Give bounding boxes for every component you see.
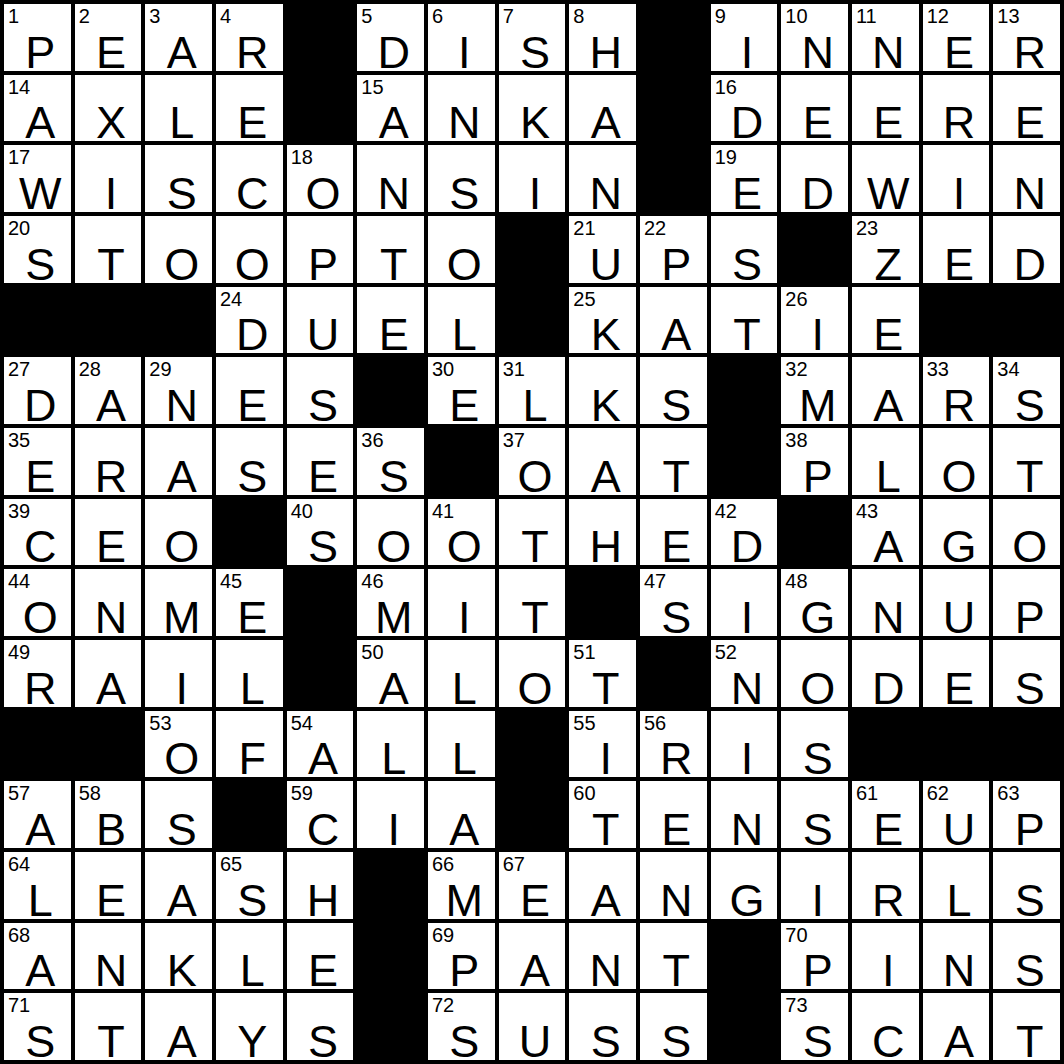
grid-cell-r13c4[interactable]: 65S <box>216 852 283 919</box>
clue-number-36: 36 <box>361 429 383 451</box>
grid-cell-r3c1[interactable]: 17W <box>4 145 71 212</box>
grid-cell-r5c12[interactable]: 26I <box>781 287 848 354</box>
grid-cell-r2c1[interactable]: 14A <box>4 75 71 142</box>
grid-cell-r7c1[interactable]: 35E <box>4 428 71 495</box>
grid-cell-r12c11[interactable]: N <box>711 781 778 848</box>
grid-cell-r7c5[interactable]: E <box>287 428 354 495</box>
grid-cell-r12c14[interactable]: 62U <box>923 781 990 848</box>
cell-letter: C <box>290 807 354 848</box>
grid-cell-r5c11[interactable]: T <box>711 287 778 354</box>
grid-cell-r15c4[interactable]: Y <box>216 993 283 1060</box>
grid-cell-r7c6[interactable]: 36S <box>357 428 424 495</box>
grid-cell-r11c12[interactable]: S <box>781 711 848 778</box>
grid-cell-r4c6[interactable]: T <box>357 216 424 283</box>
cell-letter: T <box>996 1019 1060 1060</box>
block-cell-r5c14 <box>923 287 990 354</box>
cell-letter: R <box>219 30 283 71</box>
grid-cell-r6c8[interactable]: 31L <box>499 357 566 424</box>
grid-cell-r8c1[interactable]: 39C <box>4 499 71 566</box>
grid-cell-r13c3[interactable]: A <box>145 852 212 919</box>
block-cell-r13c6 <box>357 852 424 919</box>
grid-cell-r12c13[interactable]: 61E <box>852 781 919 848</box>
clue-number-23: 23 <box>856 217 878 239</box>
cell-letter: O <box>502 454 566 495</box>
grid-cell-r11c10[interactable]: 56R <box>640 711 707 778</box>
cell-letter: L <box>431 736 495 777</box>
clue-number-18: 18 <box>291 146 313 168</box>
grid-cell-r4c11[interactable]: S <box>711 216 778 283</box>
grid-cell-r15c5[interactable]: S <box>287 993 354 1060</box>
grid-cell-r14c7[interactable]: 69P <box>428 923 495 990</box>
grid-cell-r12c7[interactable]: A <box>428 781 495 848</box>
clue-number-43: 43 <box>856 500 878 522</box>
cell-letter: E <box>219 100 283 141</box>
grid-cell-r11c11[interactable]: I <box>711 711 778 778</box>
grid-cell-r12c3[interactable]: S <box>145 781 212 848</box>
grid-cell-r1c3[interactable]: 3A <box>145 4 212 71</box>
grid-cell-r7c10[interactable]: T <box>640 428 707 495</box>
grid-cell-r9c15[interactable]: P <box>993 569 1060 636</box>
grid-cell-r4c10[interactable]: 22P <box>640 216 707 283</box>
clue-number-54: 54 <box>291 712 313 734</box>
cell-letter: I <box>714 30 778 71</box>
grid-cell-r6c14[interactable]: 33R <box>923 357 990 424</box>
grid-cell-r9c13[interactable]: N <box>852 569 919 636</box>
grid-cell-r3c8[interactable]: I <box>499 145 566 212</box>
grid-cell-r10c11[interactable]: 52N <box>711 640 778 707</box>
grid-cell-r3c3[interactable]: S <box>145 145 212 212</box>
cell-letter: S <box>148 171 212 212</box>
grid-cell-r15c14[interactable]: A <box>923 993 990 1060</box>
cell-letter: R <box>7 666 71 707</box>
grid-cell-r2c3[interactable]: L <box>145 75 212 142</box>
grid-cell-r3c13[interactable]: W <box>852 145 919 212</box>
grid-cell-r7c8[interactable]: 37O <box>499 428 566 495</box>
grid-cell-r13c5[interactable]: H <box>287 852 354 919</box>
grid-cell-r11c3[interactable]: 53O <box>145 711 212 778</box>
grid-cell-r10c8[interactable]: O <box>499 640 566 707</box>
grid-cell-r2c2[interactable]: X <box>75 75 142 142</box>
grid-cell-r14c9[interactable]: N <box>569 923 636 990</box>
block-cell-r11c8 <box>499 711 566 778</box>
grid-cell-r3c12[interactable]: D <box>781 145 848 212</box>
grid-cell-r13c1[interactable]: 64L <box>4 852 71 919</box>
grid-cell-r13c8[interactable]: 67E <box>499 852 566 919</box>
cell-letter: A <box>855 383 919 424</box>
grid-cell-r10c7[interactable]: L <box>428 640 495 707</box>
grid-cell-r13c9[interactable]: A <box>569 852 636 919</box>
grid-cell-r9c10[interactable]: 47S <box>640 569 707 636</box>
cell-letter: R <box>926 100 990 141</box>
grid-cell-r9c3[interactable]: M <box>145 569 212 636</box>
cell-letter: I <box>926 171 990 212</box>
grid-cell-r4c2[interactable]: T <box>75 216 142 283</box>
grid-cell-r8c3[interactable]: O <box>145 499 212 566</box>
grid-cell-r7c15[interactable]: T <box>993 428 1060 495</box>
grid-cell-r14c5[interactable]: E <box>287 923 354 990</box>
cell-letter: E <box>78 878 142 919</box>
clue-number-71: 71 <box>8 994 30 1016</box>
cell-letter: S <box>219 878 283 919</box>
grid-cell-r8c7[interactable]: 41O <box>428 499 495 566</box>
clue-number-24: 24 <box>220 288 242 310</box>
grid-cell-r1c15[interactable]: 13R <box>993 4 1060 71</box>
grid-cell-r8c14[interactable]: G <box>923 499 990 566</box>
cell-letter: S <box>290 383 354 424</box>
grid-cell-r2c12[interactable]: E <box>781 75 848 142</box>
grid-cell-r13c10[interactable]: N <box>640 852 707 919</box>
grid-cell-r9c8[interactable]: T <box>499 569 566 636</box>
cell-letter: E <box>643 524 707 565</box>
grid-cell-r9c14[interactable]: U <box>923 569 990 636</box>
grid-cell-r14c2[interactable]: N <box>75 923 142 990</box>
clue-number-66: 66 <box>432 853 454 875</box>
grid-cell-r13c13[interactable]: R <box>852 852 919 919</box>
cell-letter: E <box>219 595 283 636</box>
clue-number-4: 4 <box>220 5 231 27</box>
block-cell-r9c9 <box>569 569 636 636</box>
block-cell-r6c6 <box>357 357 424 424</box>
grid-cell-r8c5[interactable]: 40S <box>287 499 354 566</box>
cell-letter: P <box>784 948 848 989</box>
cell-letter: A <box>148 1019 212 1060</box>
grid-cell-r3c2[interactable]: I <box>75 145 142 212</box>
grid-cell-r8c13[interactable]: 43A <box>852 499 919 566</box>
clue-number-19: 19 <box>715 146 737 168</box>
grid-cell-r1c7[interactable]: 6I <box>428 4 495 71</box>
grid-cell-r14c15[interactable]: S <box>993 923 1060 990</box>
cell-letter: N <box>996 171 1060 212</box>
grid-cell-r2c7[interactable]: N <box>428 75 495 142</box>
grid-cell-r6c13[interactable]: A <box>852 357 919 424</box>
grid-cell-r11c4[interactable]: F <box>216 711 283 778</box>
grid-cell-r15c2[interactable]: T <box>75 993 142 1060</box>
grid-cell-r4c3[interactable]: O <box>145 216 212 283</box>
cell-letter: R <box>855 878 919 919</box>
clue-number-17: 17 <box>8 146 30 168</box>
cell-letter: I <box>714 595 778 636</box>
grid-cell-r15c15[interactable]: T <box>993 993 1060 1060</box>
grid-cell-r8c6[interactable]: O <box>357 499 424 566</box>
cell-letter: M <box>360 595 424 636</box>
cell-letter: R <box>643 736 707 777</box>
grid-cell-r2c14[interactable]: R <box>923 75 990 142</box>
grid-cell-r3c5[interactable]: 18O <box>287 145 354 212</box>
grid-cell-r15c3[interactable]: A <box>145 993 212 1060</box>
grid-cell-r3c11[interactable]: 19E <box>711 145 778 212</box>
cell-letter: L <box>926 878 990 919</box>
grid-cell-r7c12[interactable]: 38P <box>781 428 848 495</box>
grid-cell-r2c4[interactable]: E <box>216 75 283 142</box>
block-cell-r11c15 <box>993 711 1060 778</box>
grid-cell-r6c10[interactable]: S <box>640 357 707 424</box>
grid-cell-r15c8[interactable]: U <box>499 993 566 1060</box>
cell-letter: H <box>290 878 354 919</box>
grid-cell-r10c13[interactable]: D <box>852 640 919 707</box>
grid-cell-r6c2[interactable]: 28A <box>75 357 142 424</box>
clue-number-69: 69 <box>432 924 454 946</box>
cell-letter: E <box>643 807 707 848</box>
cell-letter: K <box>148 948 212 989</box>
grid-cell-r7c3[interactable]: A <box>145 428 212 495</box>
grid-cell-r9c11[interactable]: I <box>711 569 778 636</box>
grid-cell-r10c2[interactable]: A <box>75 640 142 707</box>
grid-cell-r8c11[interactable]: 42D <box>711 499 778 566</box>
cell-letter: T <box>643 454 707 495</box>
grid-cell-r9c12[interactable]: 48G <box>781 569 848 636</box>
grid-cell-r8c8[interactable]: T <box>499 499 566 566</box>
grid-cell-r15c13[interactable]: C <box>852 993 919 1060</box>
grid-cell-r11c9[interactable]: 55I <box>569 711 636 778</box>
grid-cell-r9c2[interactable]: N <box>75 569 142 636</box>
clue-number-44: 44 <box>8 570 30 592</box>
cell-letter: S <box>502 30 566 71</box>
grid-cell-r6c3[interactable]: 29N <box>145 357 212 424</box>
grid-cell-r13c15[interactable]: S <box>993 852 1060 919</box>
grid-cell-r1c9[interactable]: 8H <box>569 4 636 71</box>
clue-number-35: 35 <box>8 429 30 451</box>
cell-letter: E <box>78 30 142 71</box>
grid-cell-r10c3[interactable]: I <box>145 640 212 707</box>
grid-cell-r4c15[interactable]: D <box>993 216 1060 283</box>
grid-cell-r11c6[interactable]: L <box>357 711 424 778</box>
grid-cell-r7c2[interactable]: R <box>75 428 142 495</box>
grid-cell-r2c8[interactable]: K <box>499 75 566 142</box>
block-cell-r4c8 <box>499 216 566 283</box>
cell-letter: A <box>855 524 919 565</box>
clue-number-65: 65 <box>220 853 242 875</box>
cell-letter: E <box>7 454 71 495</box>
cell-letter: R <box>78 454 142 495</box>
grid-cell-r8c10[interactable]: E <box>640 499 707 566</box>
grid-cell-r4c14[interactable]: E <box>923 216 990 283</box>
clue-number-67: 67 <box>503 853 525 875</box>
clue-number-31: 31 <box>503 358 525 380</box>
clue-number-21: 21 <box>573 217 595 239</box>
grid-cell-r10c4[interactable]: L <box>216 640 283 707</box>
grid-cell-r12c5[interactable]: 59C <box>287 781 354 848</box>
cell-letter: E <box>360 312 424 353</box>
cell-letter: P <box>996 807 1060 848</box>
grid-cell-r4c5[interactable]: P <box>287 216 354 283</box>
grid-cell-r15c12[interactable]: 73S <box>781 993 848 1060</box>
grid-cell-r4c7[interactable]: O <box>428 216 495 283</box>
grid-cell-r5c9[interactable]: 25K <box>569 287 636 354</box>
cell-letter: A <box>148 878 212 919</box>
grid-cell-r14c1[interactable]: 68A <box>4 923 71 990</box>
grid-cell-r5c10[interactable]: A <box>640 287 707 354</box>
grid-cell-r2c6[interactable]: 15A <box>357 75 424 142</box>
cell-letter: H <box>572 30 636 71</box>
grid-cell-r7c4[interactable]: S <box>216 428 283 495</box>
grid-cell-r15c10[interactable]: S <box>640 993 707 1060</box>
clue-number-20: 20 <box>8 217 30 239</box>
cell-letter: S <box>784 736 848 777</box>
clue-number-2: 2 <box>79 5 90 27</box>
cell-letter: T <box>714 312 778 353</box>
grid-cell-r14c13[interactable]: I <box>852 923 919 990</box>
grid-cell-r3c4[interactable]: C <box>216 145 283 212</box>
block-cell-r12c8 <box>499 781 566 848</box>
grid-cell-r1c12[interactable]: 10N <box>781 4 848 71</box>
cell-letter: O <box>290 171 354 212</box>
grid-cell-r6c4[interactable]: E <box>216 357 283 424</box>
grid-cell-r8c2[interactable]: E <box>75 499 142 566</box>
grid-cell-r11c5[interactable]: 54A <box>287 711 354 778</box>
cell-letter: P <box>784 454 848 495</box>
grid-cell-r9c7[interactable]: I <box>428 569 495 636</box>
cell-letter: S <box>996 666 1060 707</box>
grid-cell-r12c9[interactable]: 60T <box>569 781 636 848</box>
grid-cell-r14c3[interactable]: K <box>145 923 212 990</box>
grid-cell-r14c12[interactable]: 70P <box>781 923 848 990</box>
cell-letter: B <box>78 807 142 848</box>
grid-cell-r14c8[interactable]: A <box>499 923 566 990</box>
cell-letter: P <box>290 242 354 283</box>
grid-cell-r6c12[interactable]: 32M <box>781 357 848 424</box>
grid-cell-r12c1[interactable]: 57A <box>4 781 71 848</box>
grid-cell-r12c2[interactable]: 58B <box>75 781 142 848</box>
cell-letter: T <box>996 454 1060 495</box>
cell-letter: E <box>78 524 142 565</box>
grid-cell-r12c12[interactable]: S <box>781 781 848 848</box>
cell-letter: E <box>502 878 566 919</box>
grid-cell-r6c9[interactable]: K <box>569 357 636 424</box>
grid-cell-r4c9[interactable]: 21U <box>569 216 636 283</box>
grid-cell-r1c11[interactable]: 9I <box>711 4 778 71</box>
grid-cell-r14c10[interactable]: T <box>640 923 707 990</box>
grid-cell-r13c2[interactable]: E <box>75 852 142 919</box>
grid-cell-r1c2[interactable]: 2E <box>75 4 142 71</box>
cell-letter: U <box>502 1019 566 1060</box>
cell-letter: I <box>572 736 636 777</box>
grid-cell-r8c9[interactable]: H <box>569 499 636 566</box>
grid-cell-r3c7[interactable]: S <box>428 145 495 212</box>
grid-cell-r7c13[interactable]: L <box>852 428 919 495</box>
block-cell-r11c14 <box>923 711 990 778</box>
grid-cell-r2c9[interactable]: A <box>569 75 636 142</box>
cell-letter: S <box>714 242 778 283</box>
grid-cell-r5c6[interactable]: E <box>357 287 424 354</box>
cell-letter: R <box>926 383 990 424</box>
cell-letter: S <box>290 524 354 565</box>
grid-cell-r3c9[interactable]: N <box>569 145 636 212</box>
block-cell-r4c12 <box>781 216 848 283</box>
grid-cell-r9c6[interactable]: 46M <box>357 569 424 636</box>
grid-cell-r2c15[interactable]: E <box>993 75 1060 142</box>
grid-cell-r6c5[interactable]: S <box>287 357 354 424</box>
block-cell-r7c11 <box>711 428 778 495</box>
grid-cell-r9c1[interactable]: 44O <box>4 569 71 636</box>
cell-letter: N <box>714 666 778 707</box>
grid-cell-r10c15[interactable]: S <box>993 640 1060 707</box>
grid-cell-r10c6[interactable]: 50A <box>357 640 424 707</box>
cell-letter: N <box>855 30 919 71</box>
grid-cell-r4c4[interactable]: O <box>216 216 283 283</box>
grid-cell-r13c14[interactable]: L <box>923 852 990 919</box>
grid-cell-r12c10[interactable]: E <box>640 781 707 848</box>
cell-letter: D <box>714 100 778 141</box>
cell-letter: N <box>78 595 142 636</box>
cell-letter: L <box>219 948 283 989</box>
block-cell-r14c6 <box>357 923 424 990</box>
grid-cell-r9c4[interactable]: 45E <box>216 569 283 636</box>
grid-cell-r15c7[interactable]: 72S <box>428 993 495 1060</box>
clue-number-37: 37 <box>503 429 525 451</box>
cell-letter: G <box>926 524 990 565</box>
cell-letter: X <box>78 100 142 141</box>
grid-cell-r12c6[interactable]: I <box>357 781 424 848</box>
grid-cell-r5c7[interactable]: L <box>428 287 495 354</box>
grid-cell-r1c4[interactable]: 4R <box>216 4 283 71</box>
grid-cell-r14c4[interactable]: L <box>216 923 283 990</box>
cell-letter: D <box>996 242 1060 283</box>
grid-cell-r10c12[interactable]: O <box>781 640 848 707</box>
grid-cell-r1c14[interactable]: 12E <box>923 4 990 71</box>
cell-letter: O <box>996 524 1060 565</box>
grid-cell-r2c11[interactable]: 16D <box>711 75 778 142</box>
grid-cell-r15c9[interactable]: S <box>569 993 636 1060</box>
grid-cell-r2c13[interactable]: E <box>852 75 919 142</box>
grid-cell-r12c15[interactable]: 63P <box>993 781 1060 848</box>
grid-cell-r1c1[interactable]: 1P <box>4 4 71 71</box>
grid-cell-r13c7[interactable]: 66M <box>428 852 495 919</box>
cell-letter: E <box>926 242 990 283</box>
cell-letter: R <box>996 30 1060 71</box>
grid-cell-r7c9[interactable]: A <box>569 428 636 495</box>
clue-number-46: 46 <box>361 570 383 592</box>
block-cell-r3c10 <box>640 145 707 212</box>
grid-cell-r3c15[interactable]: N <box>993 145 1060 212</box>
grid-cell-r5c5[interactable]: U <box>287 287 354 354</box>
grid-cell-r10c1[interactable]: 49R <box>4 640 71 707</box>
grid-cell-r6c7[interactable]: 30E <box>428 357 495 424</box>
grid-cell-r10c9[interactable]: 51T <box>569 640 636 707</box>
cell-letter: O <box>148 242 212 283</box>
grid-cell-r1c8[interactable]: 7S <box>499 4 566 71</box>
grid-cell-r5c13[interactable]: E <box>852 287 919 354</box>
cell-letter: S <box>7 242 71 283</box>
grid-cell-r10c14[interactable]: E <box>923 640 990 707</box>
grid-cell-r4c1[interactable]: 20S <box>4 216 71 283</box>
grid-cell-r4c13[interactable]: 23Z <box>852 216 919 283</box>
grid-cell-r3c14[interactable]: I <box>923 145 990 212</box>
grid-cell-r1c13[interactable]: 11N <box>852 4 919 71</box>
grid-cell-r1c6[interactable]: 5D <box>357 4 424 71</box>
cell-letter: T <box>643 948 707 989</box>
grid-cell-r13c11[interactable]: G <box>711 852 778 919</box>
cell-letter: D <box>219 312 283 353</box>
cell-letter: E <box>855 312 919 353</box>
grid-cell-r5c4[interactable]: 24D <box>216 287 283 354</box>
grid-cell-r6c1[interactable]: 27D <box>4 357 71 424</box>
grid-cell-r11c7[interactable]: L <box>428 711 495 778</box>
cell-letter: E <box>714 171 778 212</box>
grid-cell-r8c15[interactable]: O <box>993 499 1060 566</box>
grid-cell-r13c12[interactable]: I <box>781 852 848 919</box>
block-cell-r5c3 <box>145 287 212 354</box>
grid-cell-r15c1[interactable]: 71S <box>4 993 71 1060</box>
clue-number-34: 34 <box>997 358 1019 380</box>
cell-letter: A <box>78 383 142 424</box>
grid-cell-r6c15[interactable]: 34S <box>993 357 1060 424</box>
cell-letter: C <box>7 524 71 565</box>
grid-cell-r3c6[interactable]: N <box>357 145 424 212</box>
grid-cell-r7c14[interactable]: O <box>923 428 990 495</box>
clue-number-42: 42 <box>715 500 737 522</box>
grid-cell-r14c14[interactable]: N <box>923 923 990 990</box>
cell-letter: N <box>78 948 142 989</box>
